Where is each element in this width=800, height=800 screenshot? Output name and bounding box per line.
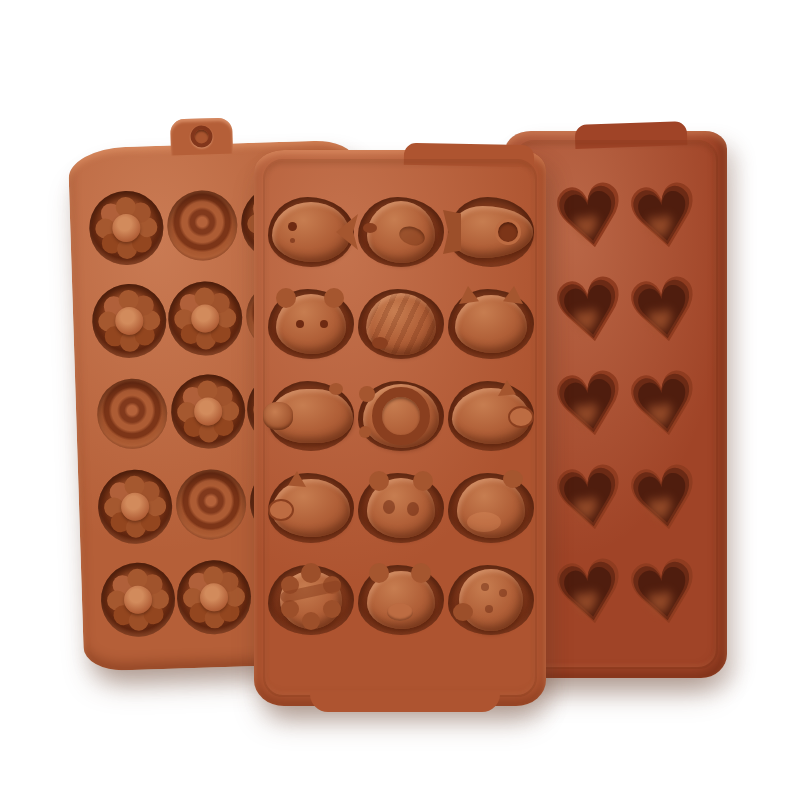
hang-tab [170,118,233,156]
heart-icon: ♥ [644,492,677,528]
pig-cavity [446,370,536,462]
heart-icon: ♥ [644,398,677,434]
ladybug-cavity [446,554,536,646]
heart-cavity: ♥♥♥♥ [553,549,627,643]
daisy-shape [176,559,252,635]
heart-cavity: ♥♥♥♥ [627,361,701,455]
rose-cavity [93,366,172,461]
daisy-shape [167,280,243,356]
duck-shape [358,197,444,267]
daisy-shape [97,468,173,544]
heart-icon: ♥ [570,304,603,340]
heart-cavity: ♥♥♥♥ [627,549,701,643]
piggy-cavity [266,462,356,554]
fish-cavity [266,186,356,278]
heart-icon: ♥ [644,210,677,246]
rocket-shape [448,197,534,267]
daisy-shape [100,561,176,637]
rose-cavity [172,456,251,551]
daisy-cavity [96,459,175,554]
turtle-shape [268,565,354,635]
heart-icon: ♥ [644,586,677,622]
daisy-shape [91,282,167,358]
duck-cavity [356,186,446,278]
owl-cavity [356,370,446,462]
product-photo: ♥♥♥♥♥♥♥♥♥♥♥♥♥♥♥♥♥♥♥♥♥♥♥♥♥♥♥♥♥♥♥♥♥♥♥♥♥♥♥♥… [0,0,800,800]
animal-mold [254,150,546,706]
heart-cavity: ♥♥♥♥ [627,455,701,549]
panda-cavity [356,462,446,554]
daisy-shape [170,373,246,449]
heart-shape: ♥♥♥♥ [621,364,706,453]
koala-shape [268,289,354,359]
piggy-shape [268,473,354,543]
heart-shape: ♥♥♥♥ [621,270,706,359]
fox-cavity [446,278,536,370]
rose-shape [175,468,247,540]
frog-cavity [446,462,536,554]
hedgehog-cavity [356,278,446,370]
bearface-shape [358,565,444,635]
frog-shape [448,473,534,543]
fish-shape [268,197,354,267]
heart-cavity: ♥♥♥♥ [627,267,701,361]
daisy-cavity [166,270,245,365]
heart-cavity: ♥♥♥♥ [553,361,627,455]
owl-shape [358,381,444,451]
heart-cavity: ♥♥♥♥ [627,173,701,267]
rose-shape [96,377,168,449]
heart-cavity: ♥♥♥♥ [553,173,627,267]
hippo-cavity [266,370,356,462]
daisy-cavity [99,552,178,647]
hang-hole-icon [190,125,213,148]
koala-cavity [266,278,356,370]
pig-shape [448,381,534,451]
heart-shape: ♥♥♥♥ [621,552,706,641]
rose-shape [166,189,238,261]
daisy-cavity [90,273,169,368]
heart-shape: ♥♥♥♥ [621,458,706,547]
heart-icon: ♥ [570,492,603,528]
daisy-cavity [169,363,248,458]
fox-shape [448,289,534,359]
bearface-cavity [356,554,446,646]
turtle-cavity [266,554,356,646]
daisy-cavity [87,180,166,275]
animal-cavity-grid [266,186,536,646]
rocket-cavity [446,186,536,278]
ladybug-shape [448,565,534,635]
daisy-shape [88,189,164,265]
heart-icon: ♥ [644,304,677,340]
heart-icon: ♥ [570,586,603,622]
hippo-shape [268,381,354,451]
hedgehog-shape [358,289,444,359]
heart-icon: ♥ [570,398,603,434]
rose-cavity [163,177,242,272]
heart-shape: ♥♥♥♥ [621,176,706,265]
heart-icon: ♥ [570,210,603,246]
panda-shape [358,473,444,543]
daisy-cavity [175,549,254,644]
heart-cavity: ♥♥♥♥ [553,267,627,361]
heart-cavity: ♥♥♥♥ [553,455,627,549]
